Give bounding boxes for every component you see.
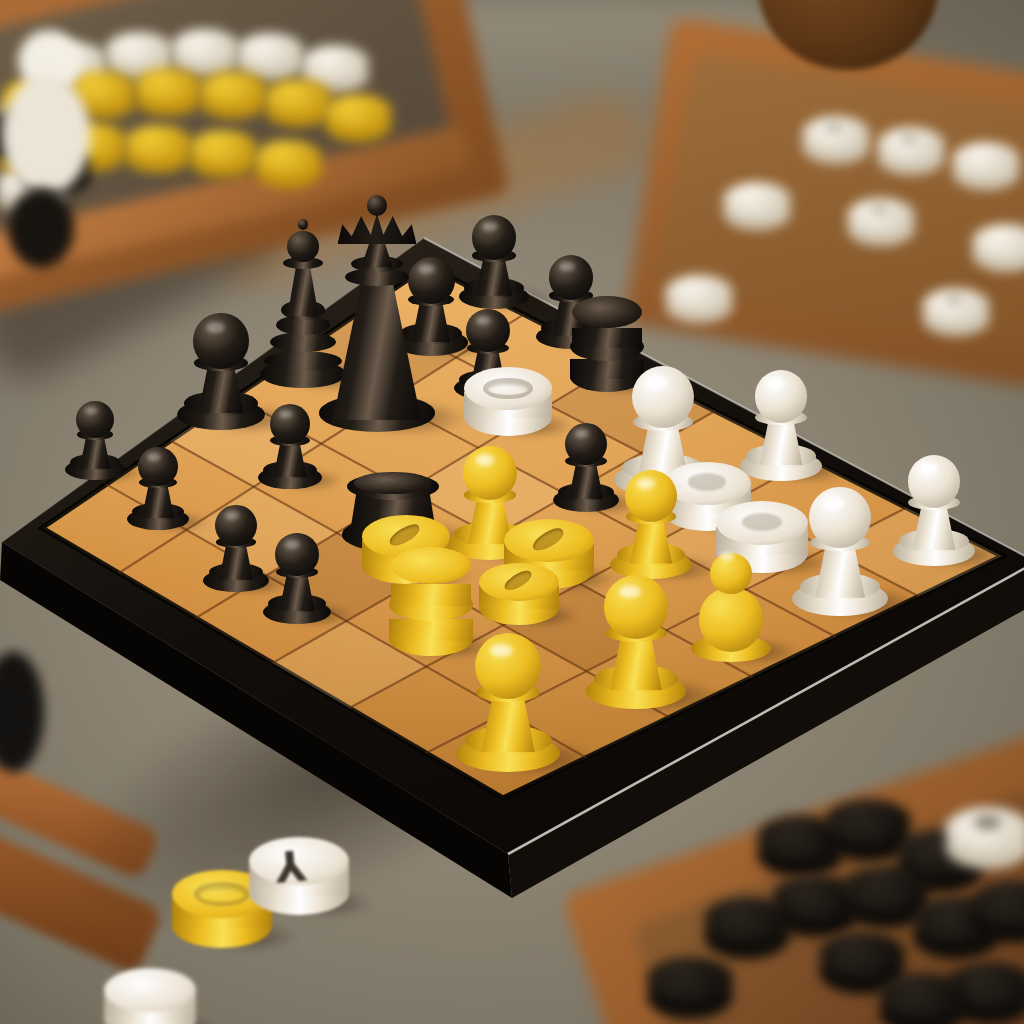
board-photo-scene: Y: [0, 0, 1024, 1024]
stack-side-2: [572, 328, 642, 347]
pawn-body: [476, 256, 513, 296]
disc-top: [504, 519, 594, 562]
pawn-body: [569, 462, 604, 500]
stack-side-1: [389, 619, 473, 641]
stack-top: [572, 296, 642, 329]
disc-engraving-mark: [530, 525, 567, 553]
pawn-body: [630, 517, 672, 563]
disc-top: [464, 367, 552, 409]
pawn-body: [198, 364, 243, 414]
specular-highlight: [490, 644, 513, 658]
king-crown: [338, 213, 417, 244]
specular-highlight: [559, 262, 574, 271]
disc-top: [479, 563, 559, 601]
specular-highlight: [637, 478, 655, 489]
specular-highlight: [285, 540, 300, 549]
pawn-body: [142, 483, 174, 518]
stack-side-1: [570, 359, 644, 378]
disc-glyph: Y: [273, 842, 307, 886]
pawn-body: [481, 694, 535, 753]
rook-top: [354, 472, 432, 494]
disc-print-mark: [742, 513, 782, 532]
queen-tier: [264, 351, 342, 371]
pawn-body: [273, 441, 306, 477]
disc-print-mark: [688, 473, 727, 491]
disc-engraving-ring: [483, 378, 532, 400]
disc-engraving-mark: [387, 522, 423, 549]
disc-top: Y: [249, 837, 349, 885]
pieces-layer: Y: [0, 0, 1024, 1024]
specular-highlight: [476, 316, 491, 325]
specular-highlight: [476, 454, 495, 465]
specular-highlight: [225, 511, 239, 520]
specular-highlight: [418, 264, 434, 274]
pawn-body: [759, 418, 802, 465]
stack-top: [391, 547, 471, 584]
disc-engraving-ring: [194, 882, 250, 907]
queen-tier: [270, 332, 336, 352]
disc-engraving-mark: [502, 568, 535, 593]
specular-highlight: [646, 376, 667, 389]
pawn-body: [219, 543, 253, 580]
pawn-body: [412, 300, 450, 342]
stack-side-2: [391, 584, 471, 606]
specular-highlight: [720, 552, 735, 561]
pawn-body: [610, 633, 662, 690]
pawn-body: [912, 503, 955, 550]
specular-highlight: [482, 222, 497, 231]
pawn-body: [80, 435, 111, 469]
queen-body: [287, 266, 318, 317]
